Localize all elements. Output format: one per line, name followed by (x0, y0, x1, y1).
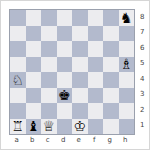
square-d8[interactable] (57, 10, 73, 26)
square-f1[interactable] (88, 119, 104, 135)
square-f6[interactable] (88, 41, 104, 57)
rank-label-5: 5 (138, 56, 144, 72)
square-c1[interactable]: ♕ (41, 119, 57, 135)
piece-black-knight[interactable]: ♞ (120, 10, 133, 24)
file-label-f: f (87, 136, 103, 144)
square-b8[interactable] (26, 10, 42, 26)
square-h6[interactable] (119, 41, 135, 57)
square-g4[interactable] (103, 72, 119, 88)
file-label-c: c (40, 136, 56, 144)
square-b7[interactable] (26, 26, 42, 42)
square-a4[interactable]: ♘ (10, 72, 26, 88)
rank-label-3: 3 (138, 87, 144, 103)
square-a6[interactable] (10, 41, 26, 57)
square-g3[interactable] (103, 88, 119, 104)
chess-diagram: { "game": "chess", "position": { "fen": … (0, 0, 150, 150)
square-d6[interactable] (57, 41, 73, 57)
square-c8[interactable] (41, 10, 57, 26)
rank-label-2: 2 (138, 102, 144, 118)
square-f4[interactable] (88, 72, 104, 88)
square-b2[interactable] (26, 103, 42, 119)
square-c5[interactable] (41, 57, 57, 73)
square-d1[interactable] (57, 119, 73, 135)
square-d4[interactable] (57, 72, 73, 88)
square-h2[interactable] (119, 103, 135, 119)
square-b3[interactable] (26, 88, 42, 104)
piece-white-king[interactable]: ♔ (73, 119, 86, 133)
rank-labels: 87654321 (138, 9, 144, 133)
square-h3[interactable] (119, 88, 135, 104)
file-label-b: b (25, 136, 41, 144)
square-f3[interactable] (88, 88, 104, 104)
square-a5[interactable] (10, 57, 26, 73)
square-c6[interactable] (41, 41, 57, 57)
square-g7[interactable] (103, 26, 119, 42)
piece-white-bishop[interactable]: ♗ (120, 57, 133, 71)
square-a7[interactable] (10, 26, 26, 42)
file-labels: abcdefgh (9, 136, 133, 144)
square-f2[interactable] (88, 103, 104, 119)
rank-label-1: 1 (138, 118, 144, 134)
square-f5[interactable] (88, 57, 104, 73)
file-label-e: e (71, 136, 87, 144)
square-a3[interactable] (10, 88, 26, 104)
square-h5[interactable]: ♗ (119, 57, 135, 73)
square-d5[interactable] (57, 57, 73, 73)
square-b6[interactable] (26, 41, 42, 57)
file-label-h: h (118, 136, 134, 144)
square-b4[interactable] (26, 72, 42, 88)
square-c2[interactable] (41, 103, 57, 119)
square-b1[interactable]: ♝ (26, 119, 42, 135)
square-c4[interactable] (41, 72, 57, 88)
piece-black-king[interactable]: ♚ (58, 88, 71, 102)
square-e5[interactable] (72, 57, 88, 73)
square-e2[interactable] (72, 103, 88, 119)
file-label-d: d (56, 136, 72, 144)
square-e3[interactable] (72, 88, 88, 104)
piece-white-knight[interactable]: ♘ (11, 72, 24, 86)
square-h8[interactable]: ♞ (119, 10, 135, 26)
square-e7[interactable] (72, 26, 88, 42)
chess-board[interactable]: ♞♗♘♚♖♝♕♔ (9, 9, 135, 135)
square-e8[interactable] (72, 10, 88, 26)
rank-label-4: 4 (138, 71, 144, 87)
piece-white-rook[interactable]: ♖ (11, 119, 24, 133)
square-d3[interactable]: ♚ (57, 88, 73, 104)
square-f8[interactable] (88, 10, 104, 26)
piece-white-queen[interactable]: ♕ (42, 119, 55, 133)
rank-label-6: 6 (138, 40, 144, 56)
rank-label-8: 8 (138, 9, 144, 25)
file-label-g: g (102, 136, 118, 144)
square-b5[interactable] (26, 57, 42, 73)
rank-label-7: 7 (138, 25, 144, 41)
square-d2[interactable] (57, 103, 73, 119)
piece-black-bishop[interactable]: ♝ (27, 119, 40, 133)
square-g1[interactable] (103, 119, 119, 135)
square-g5[interactable] (103, 57, 119, 73)
square-e6[interactable] (72, 41, 88, 57)
square-c3[interactable] (41, 88, 57, 104)
square-g6[interactable] (103, 41, 119, 57)
square-a1[interactable]: ♖ (10, 119, 26, 135)
square-g2[interactable] (103, 103, 119, 119)
square-h1[interactable] (119, 119, 135, 135)
square-g8[interactable] (103, 10, 119, 26)
square-a8[interactable] (10, 10, 26, 26)
square-f7[interactable] (88, 26, 104, 42)
square-h7[interactable] (119, 26, 135, 42)
square-h4[interactable] (119, 72, 135, 88)
file-label-a: a (9, 136, 25, 144)
square-c7[interactable] (41, 26, 57, 42)
square-e1[interactable]: ♔ (72, 119, 88, 135)
square-d7[interactable] (57, 26, 73, 42)
square-e4[interactable] (72, 72, 88, 88)
square-a2[interactable] (10, 103, 26, 119)
